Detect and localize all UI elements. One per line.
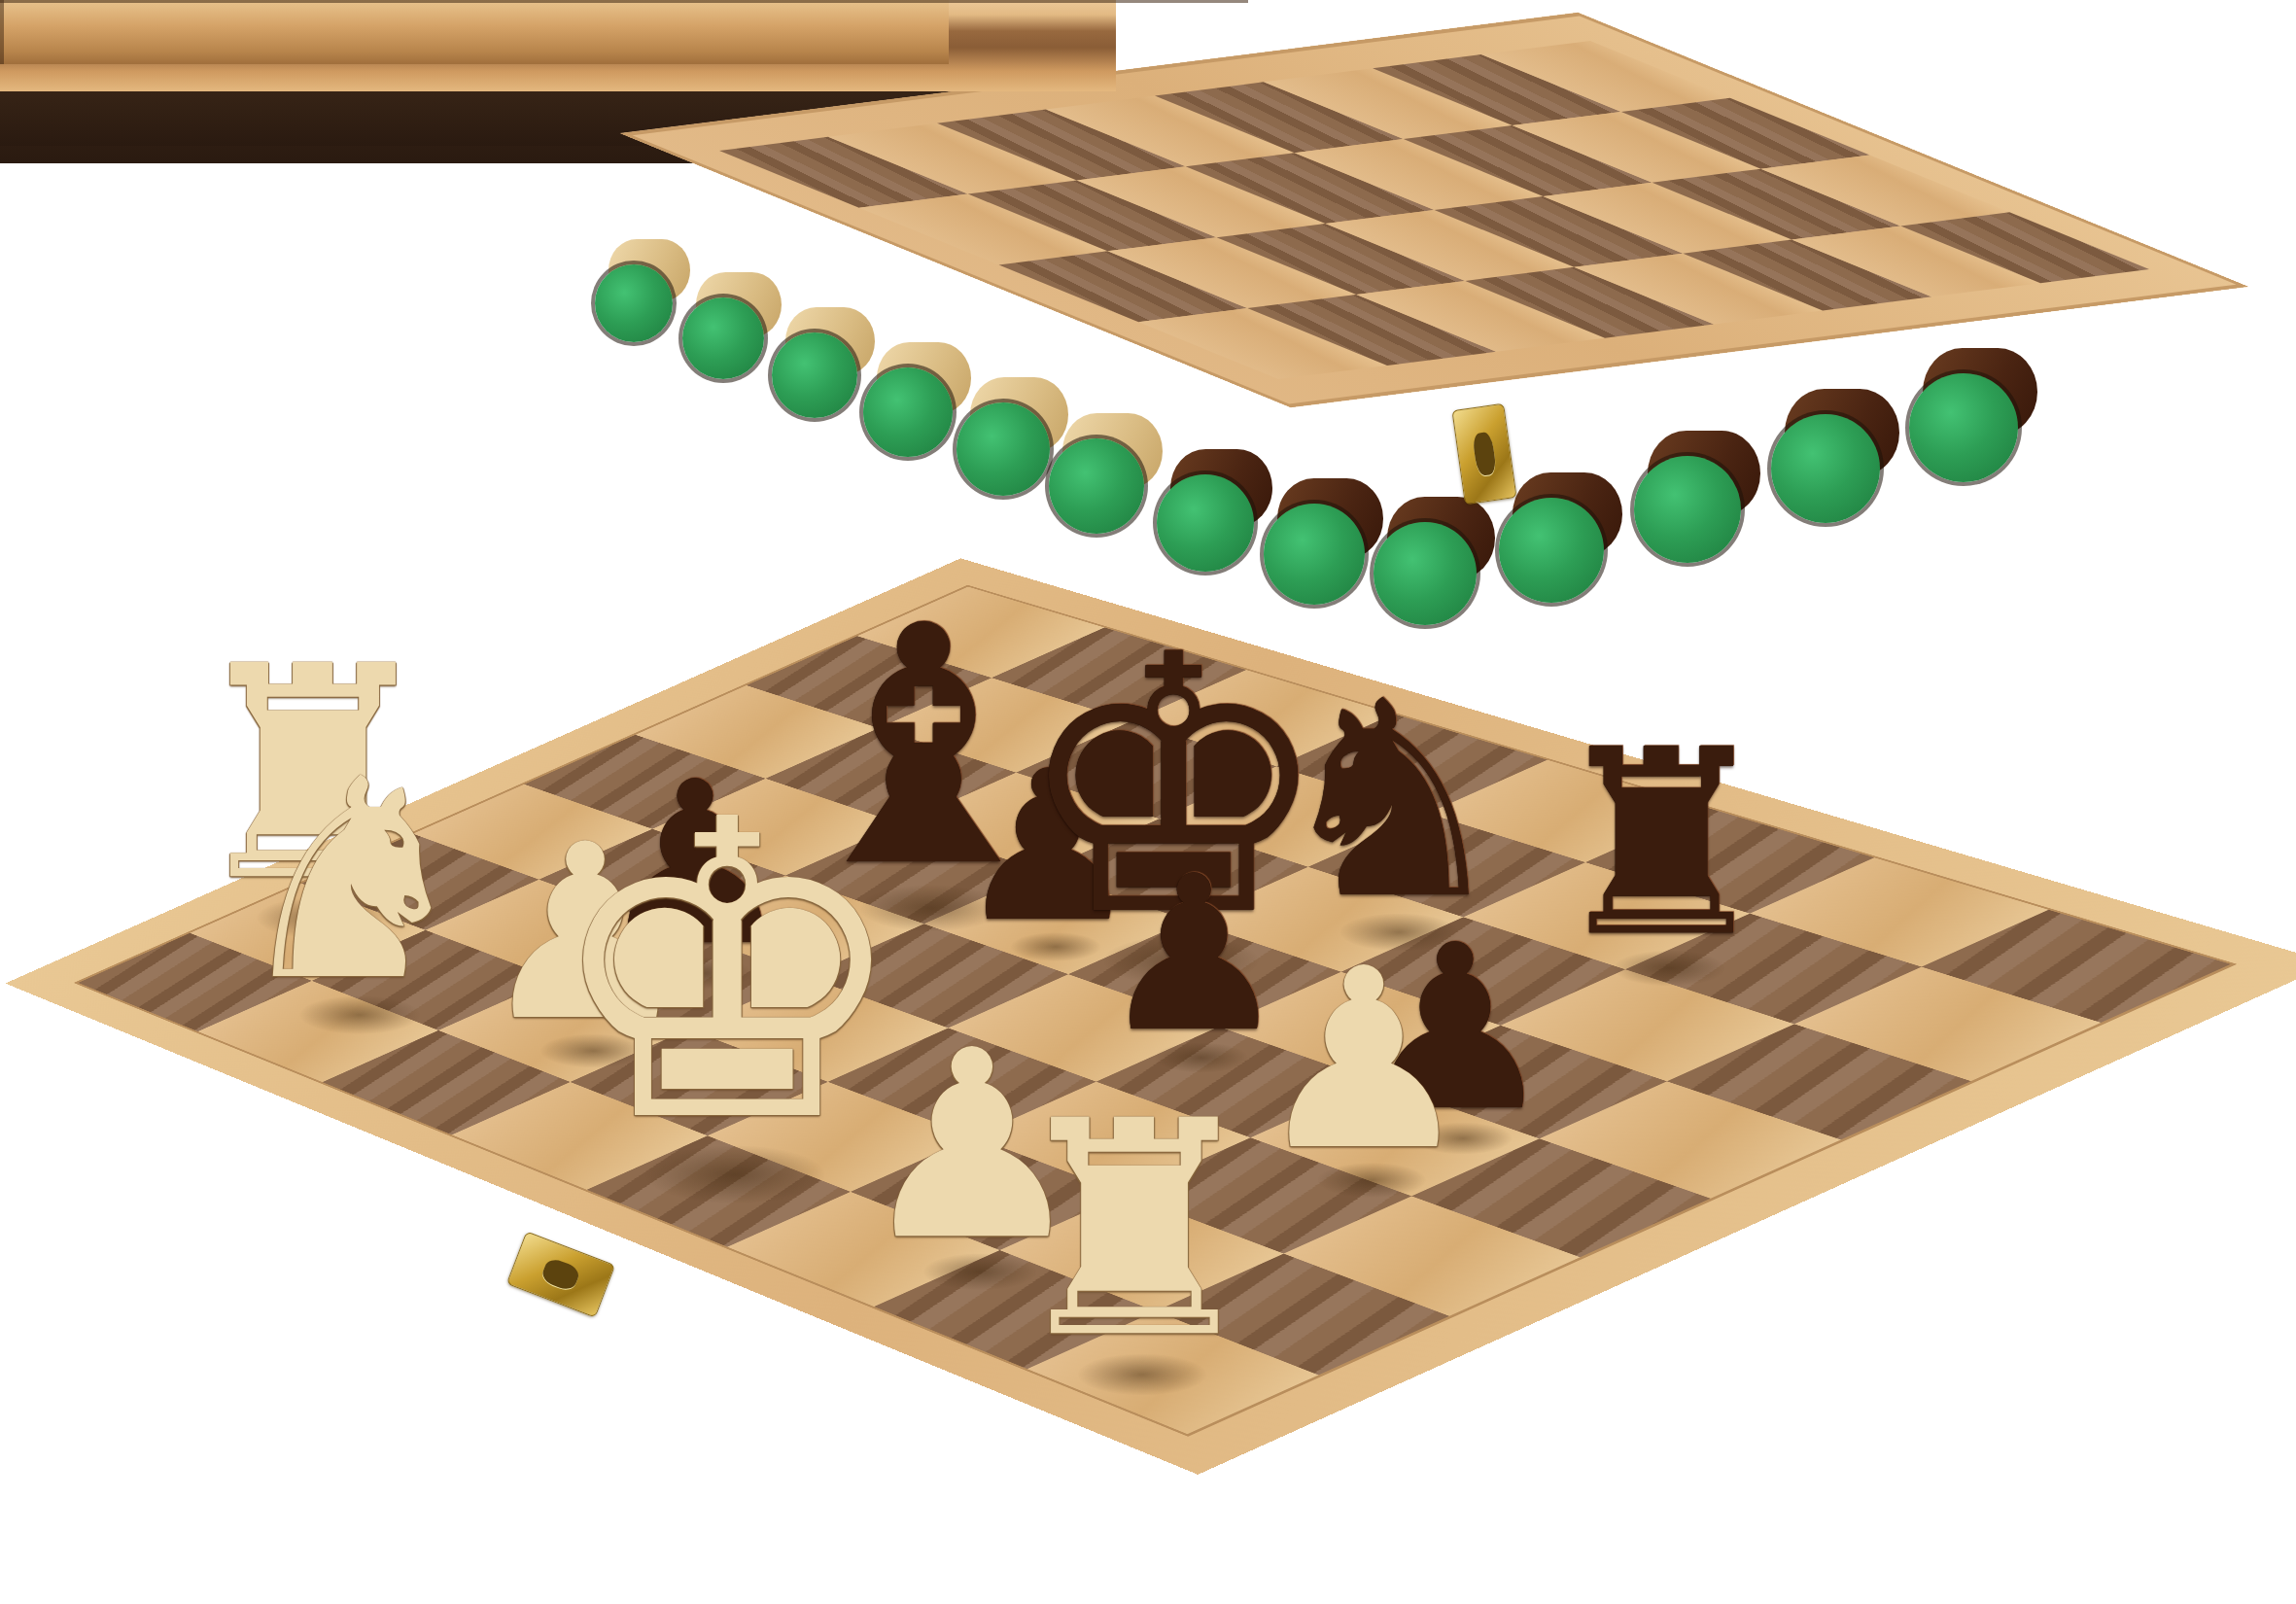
latch-hole — [1472, 432, 1497, 476]
white-knight-b1[interactable]: ♞ — [228, 743, 476, 1019]
stored-piece-felt-base-white — [595, 264, 673, 342]
stored-piece-felt-base-white — [863, 367, 953, 457]
stored-piece-felt-base-dark — [1634, 456, 1741, 563]
stored-piece-felt-base-white — [772, 332, 857, 418]
white-rook-h1[interactable]: ♜ — [1001, 1082, 1267, 1378]
stored-piece-felt-base-dark — [1374, 522, 1477, 625]
stored-piece-felt-base-dark — [1909, 373, 2018, 482]
stored-piece-felt-base-white — [1049, 438, 1144, 534]
box-main-latch-icon — [1451, 403, 1516, 506]
latch-hole — [539, 1256, 581, 1292]
board-fold-seam — [0, 0, 1248, 3]
white-pawn-h3[interactable]: ♟ — [1252, 935, 1476, 1184]
dark-rook-g7[interactable]: ♜ — [1547, 716, 1776, 972]
board-near-right-side — [0, 0, 949, 64]
stored-piece-felt-base-white — [957, 402, 1050, 496]
stored-piece-felt-base-dark — [1771, 414, 1880, 523]
product-photo-chess-set: ♝♜♞♟♚♜♟♞♟♟♟♚♟♟♜ 8/6r1/4n3/3pk3/3bp2p/2p4… — [0, 0, 2296, 1604]
stored-piece-felt-base-dark — [1499, 498, 1604, 603]
stored-piece-felt-base-white — [682, 297, 764, 379]
board-edge-clasp-icon — [506, 1231, 615, 1317]
stored-piece-felt-base-dark — [1157, 474, 1254, 572]
board-fold-seam-edge-notch — [0, 0, 4, 64]
